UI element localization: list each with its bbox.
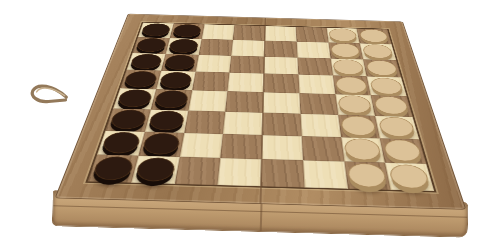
- square-r1c4[interactable]: [233, 25, 265, 41]
- light-piece[interactable]: ●: [385, 160, 433, 188]
- dark-piece[interactable]: ●: [89, 152, 138, 179]
- square-r8c4[interactable]: [218, 158, 262, 186]
- square-r5c4[interactable]: [225, 91, 263, 112]
- square-r1c5[interactable]: [265, 26, 297, 42]
- square-r6c5[interactable]: [262, 113, 301, 136]
- board-perspective: ●●●●●●●●●●●●●●●●●●●●●●●●●●●●●●●●: [55, 0, 476, 208]
- square-r4c3[interactable]: [192, 72, 230, 92]
- square-r6c4[interactable]: [223, 112, 263, 135]
- square-r2c5[interactable]: [264, 41, 297, 58]
- board-scene: ●●●●●●●●●●●●●●●●●●●●●●●●●●●●●●●●: [0, 0, 500, 251]
- square-r3c3[interactable]: [195, 55, 231, 73]
- square-r2c6[interactable]: [296, 42, 330, 59]
- square-r3c6[interactable]: [297, 57, 332, 75]
- square-r8c8[interactable]: ●: [385, 163, 434, 191]
- square-r1c6[interactable]: [296, 27, 328, 43]
- square-r5c3[interactable]: [188, 90, 228, 111]
- square-r8c3[interactable]: [174, 157, 220, 185]
- dark-piece[interactable]: ●: [132, 153, 179, 180]
- square-r6c3[interactable]: [184, 110, 226, 133]
- square-r4c4[interactable]: [228, 73, 264, 93]
- checkers-board: ●●●●●●●●●●●●●●●●●●●●●●●●●●●●●●●●: [55, 14, 467, 210]
- square-r6c6[interactable]: [300, 114, 340, 137]
- square-r2c4[interactable]: [231, 40, 264, 57]
- square-r7c6[interactable]: [302, 136, 344, 162]
- board-tilt-wrapper: ●●●●●●●●●●●●●●●●●●●●●●●●●●●●●●●●: [0, 0, 500, 251]
- square-r4c6[interactable]: [298, 75, 335, 95]
- square-r1c3[interactable]: [201, 24, 234, 39]
- square-r8c7[interactable]: ●: [344, 162, 391, 190]
- square-r8c2[interactable]: ●: [131, 156, 179, 184]
- square-r7c4[interactable]: [220, 134, 262, 160]
- square-r7c5[interactable]: [262, 135, 303, 161]
- square-r5c5[interactable]: [263, 92, 300, 113]
- square-r3c4[interactable]: [230, 56, 265, 74]
- square-r8c5[interactable]: [261, 159, 304, 187]
- square-r5c6[interactable]: [299, 93, 338, 114]
- square-r7c3[interactable]: [179, 133, 223, 159]
- square-r3c5[interactable]: [264, 56, 298, 74]
- square-r8c1[interactable]: ●: [88, 155, 138, 183]
- square-r4c5[interactable]: [263, 74, 299, 94]
- square-r2c3[interactable]: [198, 39, 233, 56]
- square-r8c6[interactable]: [303, 160, 348, 188]
- light-piece[interactable]: ●: [344, 159, 390, 187]
